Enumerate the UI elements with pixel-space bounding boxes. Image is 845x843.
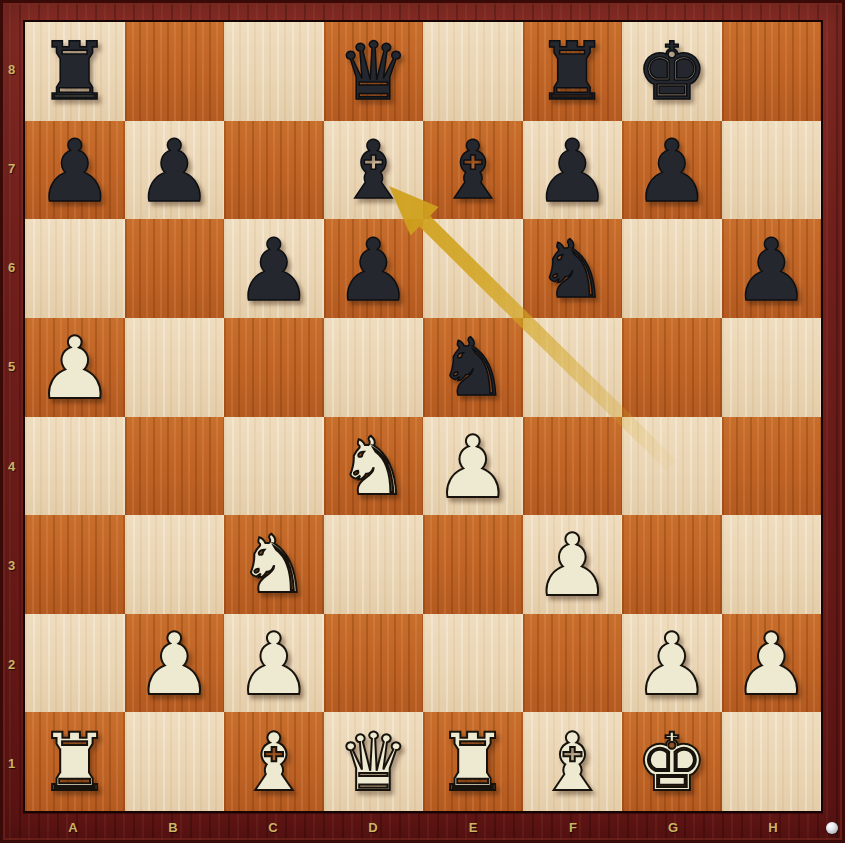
- square-g1[interactable]: ♚: [622, 712, 722, 811]
- white-bishop-f1[interactable]: ♝: [536, 723, 608, 803]
- white-knight-d4[interactable]: ♞: [337, 427, 409, 507]
- rank-label-4: 4: [0, 417, 23, 516]
- file-labels: ABCDEFGH: [23, 813, 823, 843]
- square-h7[interactable]: [722, 121, 822, 220]
- square-d3[interactable]: [324, 515, 424, 614]
- white-pawn-g2[interactable]: ♟: [633, 621, 710, 707]
- square-a4[interactable]: [25, 417, 125, 516]
- black-pawn-g7[interactable]: ♟: [633, 128, 710, 214]
- square-b3[interactable]: [125, 515, 225, 614]
- white-rook-a1[interactable]: ♜: [39, 723, 111, 803]
- black-pawn-h6[interactable]: ♟: [733, 227, 810, 313]
- square-a6[interactable]: [25, 219, 125, 318]
- square-d8[interactable]: ♛: [324, 22, 424, 121]
- white-king-g1[interactable]: ♚: [636, 723, 708, 803]
- square-a7[interactable]: ♟: [25, 121, 125, 220]
- rank-label-7: 7: [0, 119, 23, 218]
- square-c3[interactable]: ♞: [224, 515, 324, 614]
- white-rook-e1[interactable]: ♜: [437, 723, 509, 803]
- square-f6[interactable]: ♞: [523, 219, 623, 318]
- square-e4[interactable]: ♟: [423, 417, 523, 516]
- chess-board: ♜♛♜♚♟♟♝♝♟♟♟♟♞♟♟♞♞♟♞♟♟♟♟♟♜♝♛♜♝♚: [23, 20, 823, 813]
- file-label-a: A: [23, 814, 123, 843]
- black-knight-f6[interactable]: ♞: [536, 230, 608, 310]
- file-label-c: C: [223, 814, 323, 843]
- square-a3[interactable]: [25, 515, 125, 614]
- square-f4[interactable]: [523, 417, 623, 516]
- black-pawn-a7[interactable]: ♟: [36, 128, 113, 214]
- square-h2[interactable]: ♟: [722, 614, 822, 713]
- black-pawn-f7[interactable]: ♟: [534, 128, 611, 214]
- board-frame: 87654321 ♜♛♜♚♟♟♝♝♟♟♟♟♞♟♟♞♞♟♞♟♟♟♟♟♜♝♛♜♝♚ …: [0, 0, 845, 843]
- file-label-b: B: [123, 814, 223, 843]
- square-e2[interactable]: [423, 614, 523, 713]
- status-dot: [826, 822, 838, 834]
- square-e8[interactable]: [423, 22, 523, 121]
- square-c8[interactable]: [224, 22, 324, 121]
- black-knight-e5[interactable]: ♞: [437, 328, 509, 408]
- square-d4[interactable]: ♞: [324, 417, 424, 516]
- black-rook-a8[interactable]: ♜: [39, 32, 111, 112]
- square-g8[interactable]: ♚: [622, 22, 722, 121]
- square-e3[interactable]: [423, 515, 523, 614]
- square-g2[interactable]: ♟: [622, 614, 722, 713]
- square-g4[interactable]: [622, 417, 722, 516]
- square-c4[interactable]: [224, 417, 324, 516]
- square-g6[interactable]: [622, 219, 722, 318]
- black-pawn-c6[interactable]: ♟: [235, 227, 312, 313]
- square-e5[interactable]: ♞: [423, 318, 523, 417]
- square-c5[interactable]: [224, 318, 324, 417]
- rank-label-6: 6: [0, 218, 23, 317]
- square-e1[interactable]: ♜: [423, 712, 523, 811]
- white-pawn-c2[interactable]: ♟: [235, 621, 312, 707]
- square-b4[interactable]: [125, 417, 225, 516]
- square-e7[interactable]: ♝: [423, 121, 523, 220]
- black-bishop-e7[interactable]: ♝: [437, 131, 509, 211]
- square-h8[interactable]: [722, 22, 822, 121]
- black-rook-f8[interactable]: ♜: [536, 32, 608, 112]
- rank-label-8: 8: [0, 20, 23, 119]
- square-f3[interactable]: ♟: [523, 515, 623, 614]
- white-pawn-b2[interactable]: ♟: [136, 621, 213, 707]
- square-d6[interactable]: ♟: [324, 219, 424, 318]
- rank-labels: 87654321: [0, 20, 23, 813]
- square-b7[interactable]: ♟: [125, 121, 225, 220]
- square-d2[interactable]: [324, 614, 424, 713]
- square-d1[interactable]: ♛: [324, 712, 424, 811]
- black-bishop-d7[interactable]: ♝: [337, 131, 409, 211]
- rank-label-1: 1: [0, 714, 23, 813]
- white-pawn-f3[interactable]: ♟: [534, 522, 611, 608]
- square-c1[interactable]: ♝: [224, 712, 324, 811]
- square-c7[interactable]: [224, 121, 324, 220]
- square-b5[interactable]: [125, 318, 225, 417]
- square-c2[interactable]: ♟: [224, 614, 324, 713]
- square-a8[interactable]: ♜: [25, 22, 125, 121]
- black-queen-d8[interactable]: ♛: [337, 32, 409, 112]
- square-b1[interactable]: [125, 712, 225, 811]
- square-e6[interactable]: [423, 219, 523, 318]
- square-g3[interactable]: [622, 515, 722, 614]
- square-h3[interactable]: [722, 515, 822, 614]
- rank-label-2: 2: [0, 615, 23, 714]
- rank-label-5: 5: [0, 317, 23, 416]
- square-g7[interactable]: ♟: [622, 121, 722, 220]
- square-b2[interactable]: ♟: [125, 614, 225, 713]
- square-h5[interactable]: [722, 318, 822, 417]
- file-label-h: H: [723, 814, 823, 843]
- file-label-g: G: [623, 814, 723, 843]
- square-h4[interactable]: [722, 417, 822, 516]
- square-d7[interactable]: ♝: [324, 121, 424, 220]
- black-king-g8[interactable]: ♚: [636, 32, 708, 112]
- white-pawn-e4[interactable]: ♟: [434, 424, 511, 510]
- file-label-d: D: [323, 814, 423, 843]
- square-c6[interactable]: ♟: [224, 219, 324, 318]
- square-a1[interactable]: ♜: [25, 712, 125, 811]
- square-g5[interactable]: [622, 318, 722, 417]
- square-h1[interactable]: [722, 712, 822, 811]
- square-f1[interactable]: ♝: [523, 712, 623, 811]
- square-d5[interactable]: [324, 318, 424, 417]
- black-pawn-b7[interactable]: ♟: [136, 128, 213, 214]
- file-label-e: E: [423, 814, 523, 843]
- square-f2[interactable]: [523, 614, 623, 713]
- white-queen-d1[interactable]: ♛: [337, 723, 409, 803]
- white-knight-c3[interactable]: ♞: [238, 525, 310, 605]
- white-bishop-c1[interactable]: ♝: [238, 723, 310, 803]
- white-pawn-h2[interactable]: ♟: [733, 621, 810, 707]
- square-f8[interactable]: ♜: [523, 22, 623, 121]
- rank-label-3: 3: [0, 516, 23, 615]
- square-f7[interactable]: ♟: [523, 121, 623, 220]
- square-b8[interactable]: [125, 22, 225, 121]
- square-h6[interactable]: ♟: [722, 219, 822, 318]
- file-label-f: F: [523, 814, 623, 843]
- black-pawn-d6[interactable]: ♟: [335, 227, 412, 313]
- white-pawn-a5[interactable]: ♟: [36, 325, 113, 411]
- square-b6[interactable]: [125, 219, 225, 318]
- square-a2[interactable]: [25, 614, 125, 713]
- square-a5[interactable]: ♟: [25, 318, 125, 417]
- square-f5[interactable]: [523, 318, 623, 417]
